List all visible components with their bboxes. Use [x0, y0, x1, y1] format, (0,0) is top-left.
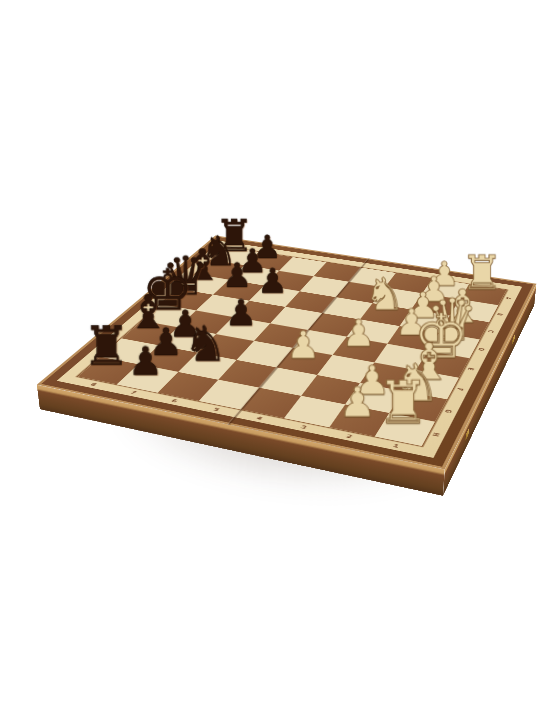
- piece-black-pawn-c6[interactable]: ♟: [257, 265, 288, 297]
- brass-latch-1[interactable]: [512, 334, 515, 345]
- piece-black-pawn-h7[interactable]: ♟: [128, 343, 163, 380]
- brass-latch-2[interactable]: [465, 427, 469, 441]
- piece-white-rook-h1[interactable]: ♜: [377, 376, 430, 432]
- product-photo: ♜♟♟♜♞♟♟♝♟♟♞♟♝♛♟♛♚♟♟♚♝♟♟♝♟♞♟♞♜♟♟♜ ABCDEFG…: [0, 0, 540, 720]
- piece-black-knight-g6[interactable]: ♞: [183, 322, 227, 369]
- piece-black-pawn-c7[interactable]: ♟: [222, 260, 252, 292]
- piece-white-pawn-e3[interactable]: ♟: [342, 316, 375, 351]
- piece-black-pawn-e6[interactable]: ♟: [225, 297, 257, 331]
- piece-white-pawn-f4[interactable]: ♟: [286, 327, 320, 363]
- piece-white-pawn-h2[interactable]: ♟: [339, 383, 376, 423]
- piece-black-rook-h8[interactable]: ♜: [82, 322, 130, 373]
